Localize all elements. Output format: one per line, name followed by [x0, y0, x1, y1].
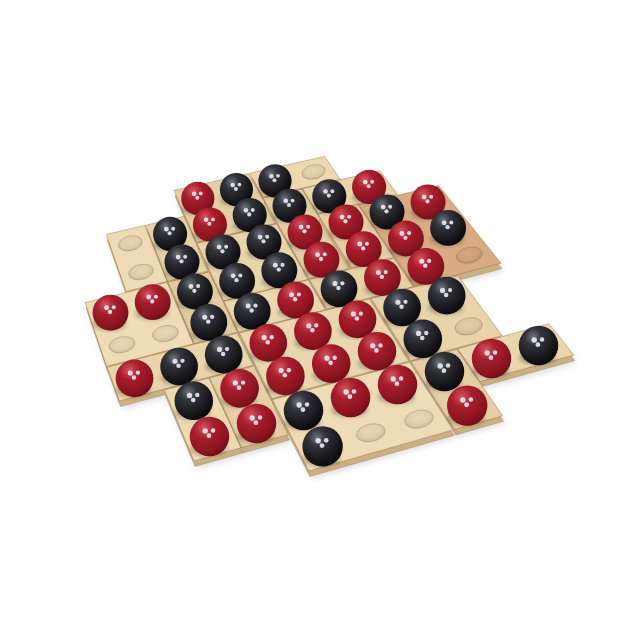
specular-highlight-icon [449, 220, 453, 224]
specular-highlight-icon [150, 299, 154, 303]
specular-highlight-icon [225, 347, 229, 351]
specular-highlight-icon [367, 184, 371, 188]
specular-highlight-icon [280, 263, 284, 267]
specular-highlight-icon [249, 415, 254, 420]
marble-black[interactable] [302, 426, 342, 466]
specular-highlight-icon [306, 323, 311, 328]
specular-highlight-icon [437, 363, 442, 368]
specular-highlight-icon [265, 235, 269, 239]
specular-highlight-icon [348, 394, 353, 399]
specular-highlight-icon [399, 304, 404, 309]
specular-highlight-icon [363, 180, 368, 185]
marble-red[interactable] [331, 378, 371, 418]
specular-highlight-icon [380, 275, 384, 279]
specular-highlight-icon [448, 288, 452, 292]
specular-highlight-icon [230, 183, 235, 188]
specular-highlight-icon [206, 319, 210, 323]
marble-black[interactable] [234, 293, 271, 330]
specular-highlight-icon [204, 217, 209, 222]
specular-highlight-icon [128, 370, 133, 375]
specular-highlight-icon [442, 368, 447, 373]
specular-highlight-icon [531, 337, 536, 342]
specular-highlight-icon [384, 270, 388, 274]
kulami-board [0, 0, 640, 638]
specular-highlight-icon [355, 316, 360, 321]
specular-highlight-icon [407, 231, 411, 235]
specular-highlight-icon [207, 222, 211, 226]
marble-black[interactable] [428, 277, 466, 315]
specular-highlight-icon [399, 231, 404, 236]
specular-highlight-icon [416, 331, 421, 336]
specular-highlight-icon [234, 278, 238, 282]
specular-highlight-icon [305, 402, 310, 407]
specular-highlight-icon [327, 194, 331, 198]
specular-highlight-icon [374, 348, 379, 353]
specular-highlight-icon [314, 323, 318, 327]
specular-highlight-icon [168, 231, 172, 235]
specular-highlight-icon [220, 249, 224, 253]
marble-red[interactable] [266, 357, 305, 396]
specular-highlight-icon [403, 300, 407, 304]
specular-highlight-icon [328, 361, 333, 366]
specular-highlight-icon [192, 289, 196, 293]
specular-highlight-icon [237, 183, 241, 187]
specular-highlight-icon [132, 375, 137, 380]
specular-highlight-icon [323, 189, 328, 194]
specular-highlight-icon [217, 245, 222, 250]
marble-red[interactable] [339, 300, 377, 338]
specular-highlight-icon [293, 297, 297, 301]
specular-highlight-icon [390, 376, 395, 381]
specular-highlight-icon [361, 246, 365, 250]
specular-highlight-icon [388, 205, 392, 209]
marble-black[interactable] [519, 326, 559, 366]
specular-highlight-icon [425, 199, 429, 203]
marble-black[interactable] [284, 391, 324, 431]
specular-highlight-icon [251, 208, 255, 212]
marble-red[interactable] [220, 369, 259, 408]
marble-red[interactable] [93, 295, 129, 331]
specular-highlight-icon [217, 347, 222, 352]
specular-highlight-icon [210, 315, 214, 319]
specular-highlight-icon [207, 433, 212, 438]
marble-black[interactable] [190, 304, 227, 341]
specular-highlight-icon [269, 174, 274, 179]
specular-highlight-icon [277, 267, 281, 271]
specular-highlight-icon [440, 288, 445, 293]
specular-highlight-icon [493, 350, 498, 355]
marble-black[interactable] [160, 348, 198, 386]
specular-highlight-icon [395, 300, 400, 305]
marble-black[interactable] [430, 210, 466, 246]
specular-highlight-icon [270, 335, 274, 339]
specular-highlight-icon [315, 252, 320, 257]
specular-highlight-icon [442, 220, 447, 225]
specular-highlight-icon [279, 368, 284, 373]
specular-highlight-icon [199, 192, 203, 196]
specular-highlight-icon [176, 363, 181, 368]
specular-highlight-icon [254, 420, 259, 425]
specular-highlight-icon [299, 225, 304, 230]
specular-highlight-icon [231, 273, 236, 278]
specular-highlight-icon [258, 235, 263, 240]
specular-highlight-icon [446, 363, 451, 368]
specular-highlight-icon [261, 239, 265, 243]
specular-highlight-icon [283, 373, 288, 378]
specular-highlight-icon [154, 295, 158, 299]
specular-highlight-icon [343, 389, 348, 394]
specular-highlight-icon [302, 229, 306, 233]
specular-highlight-icon [211, 428, 216, 433]
specular-highlight-icon [376, 270, 381, 275]
specular-highlight-icon [536, 342, 541, 347]
specular-highlight-icon [297, 292, 301, 296]
specular-highlight-icon [403, 236, 407, 240]
specular-highlight-icon [381, 205, 386, 210]
specular-highlight-icon [179, 259, 183, 263]
marble-black[interactable] [404, 320, 443, 359]
marble-red[interactable] [312, 344, 351, 383]
specular-highlight-icon [330, 189, 334, 193]
specular-highlight-icon [351, 311, 356, 316]
specular-highlight-icon [423, 263, 427, 267]
specular-highlight-icon [253, 304, 257, 308]
specular-highlight-icon [188, 284, 193, 289]
specular-highlight-icon [343, 219, 347, 223]
specular-highlight-icon [469, 397, 474, 402]
specular-highlight-icon [420, 336, 425, 341]
specular-highlight-icon [195, 393, 199, 397]
specular-highlight-icon [419, 259, 424, 264]
marble-black[interactable] [175, 382, 214, 421]
specular-highlight-icon [489, 355, 494, 360]
specular-highlight-icon [429, 195, 433, 199]
specular-highlight-icon [246, 304, 251, 309]
marble-red[interactable] [472, 339, 512, 379]
specular-highlight-icon [460, 397, 466, 403]
marble-red[interactable] [249, 324, 287, 362]
specular-highlight-icon [247, 212, 251, 216]
marble-red[interactable] [294, 312, 332, 350]
specular-highlight-icon [319, 257, 323, 261]
specular-highlight-icon [378, 343, 382, 347]
specular-highlight-icon [323, 252, 327, 256]
specular-highlight-icon [146, 295, 151, 300]
specular-highlight-icon [340, 215, 345, 220]
specular-highlight-icon [241, 380, 245, 384]
specular-highlight-icon [444, 293, 449, 298]
marble-red[interactable] [116, 359, 154, 397]
specular-highlight-icon [315, 438, 321, 444]
specular-highlight-icon [332, 281, 337, 286]
marble-red[interactable] [237, 404, 277, 444]
marble-red[interactable] [358, 332, 397, 371]
specular-highlight-icon [202, 315, 207, 320]
specular-highlight-icon [357, 242, 362, 247]
specular-highlight-icon [347, 215, 351, 219]
specular-highlight-icon [301, 407, 306, 412]
marble-black[interactable] [425, 352, 465, 392]
specular-highlight-icon [340, 281, 344, 285]
specular-highlight-icon [249, 308, 253, 312]
specular-highlight-icon [370, 343, 375, 348]
specular-highlight-icon [237, 385, 242, 390]
specular-highlight-icon [291, 199, 295, 203]
specular-highlight-icon [108, 310, 112, 314]
specular-highlight-icon [384, 209, 388, 213]
specular-highlight-icon [224, 245, 228, 249]
kulami-product-photo [0, 0, 640, 638]
marble-red[interactable] [190, 417, 230, 457]
specular-highlight-icon [195, 196, 199, 200]
specular-highlight-icon [136, 370, 140, 374]
specular-highlight-icon [464, 402, 469, 407]
specular-highlight-icon [283, 199, 288, 204]
specular-highlight-icon [233, 380, 238, 385]
specular-highlight-icon [202, 428, 207, 433]
specular-highlight-icon [273, 263, 278, 268]
specular-highlight-icon [187, 393, 192, 398]
specular-highlight-icon [352, 389, 357, 394]
specular-highlight-icon [287, 203, 291, 207]
specular-highlight-icon [180, 359, 184, 363]
specular-highlight-icon [365, 242, 369, 246]
specular-highlight-icon [276, 174, 280, 178]
specular-highlight-icon [196, 284, 200, 288]
specular-highlight-icon [306, 225, 310, 229]
specular-highlight-icon [320, 443, 325, 448]
specular-highlight-icon [289, 292, 294, 297]
marble-red[interactable] [135, 284, 171, 320]
specular-highlight-icon [104, 305, 109, 310]
specular-highlight-icon [370, 180, 374, 184]
marble-black[interactable] [383, 289, 421, 327]
specular-highlight-icon [359, 311, 363, 315]
specular-highlight-icon [540, 337, 545, 342]
marble-red[interactable] [378, 365, 418, 405]
specular-highlight-icon [445, 225, 449, 229]
specular-highlight-icon [427, 259, 431, 263]
specular-highlight-icon [265, 340, 270, 345]
specular-highlight-icon [221, 352, 226, 357]
specular-highlight-icon [191, 398, 196, 403]
specular-highlight-icon [171, 227, 175, 231]
specular-highlight-icon [287, 368, 291, 372]
specular-highlight-icon [296, 402, 301, 407]
specular-highlight-icon [332, 356, 336, 360]
specular-highlight-icon [324, 356, 329, 361]
specular-highlight-icon [336, 286, 340, 290]
specular-highlight-icon [172, 359, 177, 364]
specular-highlight-icon [234, 187, 238, 191]
specular-highlight-icon [310, 328, 315, 333]
specular-highlight-icon [484, 350, 489, 355]
marble-red[interactable] [447, 385, 487, 425]
specular-highlight-icon [424, 331, 428, 335]
specular-highlight-icon [176, 255, 181, 260]
specular-highlight-icon [164, 227, 169, 232]
specular-highlight-icon [192, 191, 197, 196]
specular-highlight-icon [112, 305, 116, 309]
specular-highlight-icon [395, 381, 400, 386]
specular-highlight-icon [244, 208, 249, 213]
specular-highlight-icon [324, 438, 329, 443]
specular-highlight-icon [399, 376, 404, 381]
specular-highlight-icon [238, 273, 242, 277]
specular-highlight-icon [262, 335, 267, 340]
marble-black[interactable] [205, 336, 243, 374]
specular-highlight-icon [422, 195, 427, 200]
specular-highlight-icon [258, 415, 263, 420]
specular-highlight-icon [183, 255, 187, 259]
specular-highlight-icon [211, 217, 215, 221]
specular-highlight-icon [273, 178, 277, 182]
